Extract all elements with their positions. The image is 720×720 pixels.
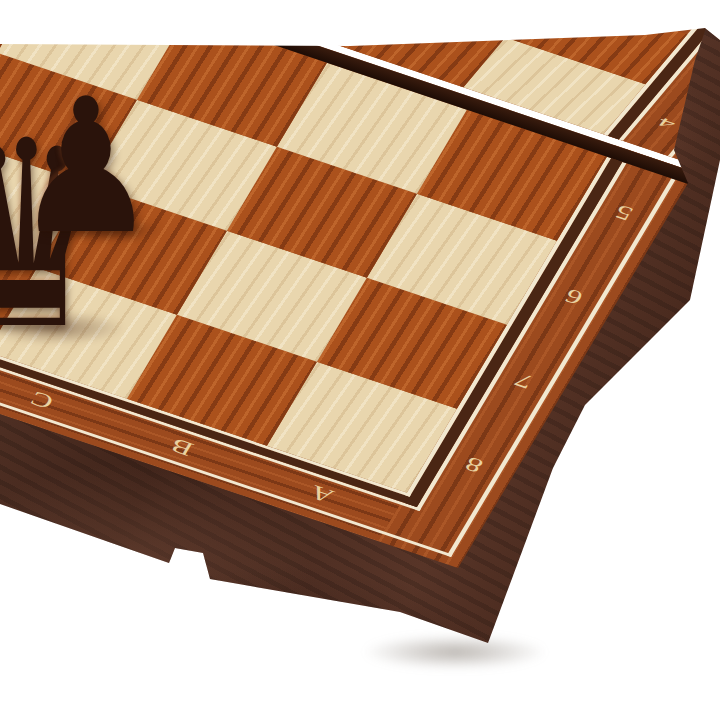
- black-pawn-piece: ♟: [14, 75, 157, 261]
- table-shadow: [350, 632, 560, 672]
- product-photo: ABC 8765 4 ♛ ♟: [0, 0, 720, 720]
